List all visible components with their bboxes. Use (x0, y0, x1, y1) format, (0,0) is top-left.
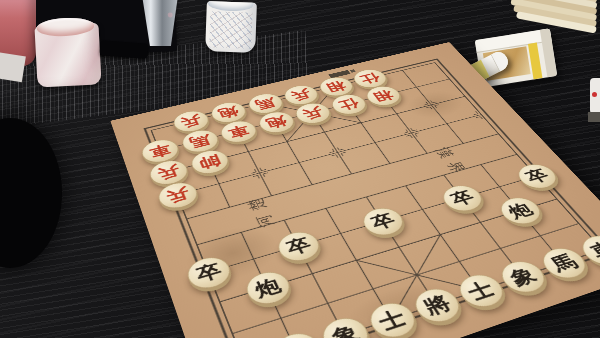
piece-character: 卒 (368, 211, 398, 231)
piece-character: 車 (148, 142, 173, 159)
piece-character: 馬 (547, 252, 580, 275)
cup-rim (208, 1, 254, 12)
napkin (0, 52, 26, 82)
photo-scene: 楚河漢界 TRUST 兵炮馬兵相仕車馬車炮兵仕相兵帥兵卒卒卒卒卒炮炮車馬象士將士… (0, 0, 600, 338)
piece-character: 士 (464, 279, 498, 303)
piece-character: 兵 (289, 88, 313, 102)
piece-character: 卒 (284, 236, 314, 258)
edge-cup (590, 78, 600, 114)
piece-character: 象 (329, 322, 363, 338)
piece-character: 炮 (252, 276, 283, 300)
piece-character: 兵 (165, 186, 192, 205)
piece-character: 馬 (253, 96, 277, 111)
piece-character: 卒 (194, 261, 224, 284)
marble-mug (34, 22, 101, 87)
piece-character: 炮 (264, 114, 289, 130)
piece-character: 帥 (197, 153, 223, 170)
piece-character: 仕 (336, 97, 361, 112)
piece-character: 炮 (216, 105, 240, 120)
piece-character: 馬 (187, 133, 212, 149)
piece-character: 兵 (300, 106, 325, 121)
patterned-cup (205, 1, 257, 53)
piece-character: 將 (421, 293, 455, 318)
piece-character: 車 (226, 124, 251, 140)
river-text: 楚 (243, 196, 269, 213)
river-text: 河 (252, 213, 278, 230)
river-text: 界 (444, 160, 470, 175)
piece-character: 卒 (523, 167, 553, 185)
piece-character: 象 (506, 265, 540, 288)
piece-character: 兵 (179, 114, 203, 129)
piece-character: 車 (587, 239, 600, 261)
cup-pattern (209, 11, 252, 48)
piece-character: 相 (371, 89, 396, 103)
river-text: 漢 (433, 146, 458, 160)
piece-character: 兵 (156, 163, 182, 181)
piece-character: 卒 (448, 189, 478, 208)
piece-character: 相 (324, 80, 348, 94)
piece-character: 炮 (505, 201, 536, 221)
piece-character: 士 (375, 307, 409, 333)
piece-character: 仕 (358, 72, 382, 86)
